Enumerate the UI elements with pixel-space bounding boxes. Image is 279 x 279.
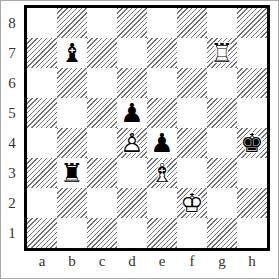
white-king-icon: ♔ xyxy=(177,188,207,218)
square-h1[interactable] xyxy=(237,218,267,248)
square-b8[interactable] xyxy=(57,8,87,38)
square-c5[interactable] xyxy=(87,98,117,128)
square-a8[interactable] xyxy=(27,8,57,38)
piece-black-pawn-e4[interactable]: ♟♟ xyxy=(147,128,177,158)
square-a7[interactable] xyxy=(27,38,57,68)
black-bishop-fill: ♝ xyxy=(57,38,87,68)
square-c6[interactable] xyxy=(87,68,117,98)
rank-label-5: 5 xyxy=(1,98,23,128)
square-e3[interactable]: ♝♗ xyxy=(147,158,177,188)
square-c2[interactable] xyxy=(87,188,117,218)
square-e5[interactable] xyxy=(147,98,177,128)
square-h3[interactable] xyxy=(237,158,267,188)
rank-label-6: 6 xyxy=(1,68,23,98)
black-pawn-fill: ♟ xyxy=(117,98,147,128)
file-label-g: g xyxy=(207,253,237,270)
black-pawn-icon: ♟ xyxy=(147,128,177,158)
square-g5[interactable] xyxy=(207,98,237,128)
square-f4[interactable] xyxy=(177,128,207,158)
black-pawn-icon: ♟ xyxy=(117,98,147,128)
square-h4[interactable]: ♚♚ xyxy=(237,128,267,158)
file-label-b: b xyxy=(57,253,87,270)
square-g2[interactable] xyxy=(207,188,237,218)
chess-board: ♝♝♜♖♟♟♟♙♟♟♚♚♜♜♝♗♚♔ xyxy=(24,5,270,251)
piece-white-king-f2[interactable]: ♚♔ xyxy=(177,188,207,218)
square-d1[interactable] xyxy=(117,218,147,248)
square-e7[interactable] xyxy=(147,38,177,68)
black-rook-icon: ♜ xyxy=(57,158,87,188)
square-h6[interactable] xyxy=(237,68,267,98)
rank-labels: 87654321 xyxy=(1,8,23,248)
square-f3[interactable] xyxy=(177,158,207,188)
square-h8[interactable] xyxy=(237,8,267,38)
square-f1[interactable] xyxy=(177,218,207,248)
rank-label-2: 2 xyxy=(1,188,23,218)
black-king-fill: ♚ xyxy=(237,128,267,158)
white-rook-fill: ♜ xyxy=(207,38,237,68)
piece-black-bishop-b7[interactable]: ♝♝ xyxy=(57,38,87,68)
square-b6[interactable] xyxy=(57,68,87,98)
file-labels: abcdefgh xyxy=(27,253,267,270)
piece-white-bishop-e3[interactable]: ♝♗ xyxy=(147,158,177,188)
square-a2[interactable] xyxy=(27,188,57,218)
file-label-f: f xyxy=(177,253,207,270)
square-a1[interactable] xyxy=(27,218,57,248)
piece-black-rook-b3[interactable]: ♜♜ xyxy=(57,158,87,188)
square-g8[interactable] xyxy=(207,8,237,38)
rank-label-1: 1 xyxy=(1,218,23,248)
square-b2[interactable] xyxy=(57,188,87,218)
rank-label-8: 8 xyxy=(1,8,23,38)
square-d5[interactable]: ♟♟ xyxy=(117,98,147,128)
chess-diagram-page: 87654321 ♝♝♜♖♟♟♟♙♟♟♚♚♜♜♝♗♚♔ abcdefgh xyxy=(0,0,279,279)
square-b4[interactable] xyxy=(57,128,87,158)
square-e2[interactable] xyxy=(147,188,177,218)
piece-black-king-h4[interactable]: ♚♚ xyxy=(237,128,267,158)
file-label-e: e xyxy=(147,253,177,270)
square-a6[interactable] xyxy=(27,68,57,98)
piece-white-rook-g7[interactable]: ♜♖ xyxy=(207,38,237,68)
square-c3[interactable] xyxy=(87,158,117,188)
square-g6[interactable] xyxy=(207,68,237,98)
file-label-h: h xyxy=(237,253,267,270)
square-d3[interactable] xyxy=(117,158,147,188)
white-pawn-icon: ♙ xyxy=(117,128,147,158)
square-b7[interactable]: ♝♝ xyxy=(57,38,87,68)
square-h5[interactable] xyxy=(237,98,267,128)
white-king-fill: ♚ xyxy=(177,188,207,218)
square-h7[interactable] xyxy=(237,38,267,68)
black-bishop-icon: ♝ xyxy=(57,38,87,68)
black-pawn-fill: ♟ xyxy=(147,128,177,158)
square-e8[interactable] xyxy=(147,8,177,38)
white-bishop-icon: ♗ xyxy=(147,158,177,188)
square-c8[interactable] xyxy=(87,8,117,38)
square-c7[interactable] xyxy=(87,38,117,68)
black-rook-fill: ♜ xyxy=(57,158,87,188)
square-d7[interactable] xyxy=(117,38,147,68)
square-e1[interactable] xyxy=(147,218,177,248)
square-b1[interactable] xyxy=(57,218,87,248)
file-label-c: c xyxy=(87,253,117,270)
piece-black-pawn-d5[interactable]: ♟♟ xyxy=(117,98,147,128)
white-rook-icon: ♖ xyxy=(207,38,237,68)
square-f6[interactable] xyxy=(177,68,207,98)
square-c1[interactable] xyxy=(87,218,117,248)
square-e4[interactable]: ♟♟ xyxy=(147,128,177,158)
square-f5[interactable] xyxy=(177,98,207,128)
square-b3[interactable]: ♜♜ xyxy=(57,158,87,188)
square-d2[interactable] xyxy=(117,188,147,218)
square-f7[interactable] xyxy=(177,38,207,68)
square-d4[interactable]: ♟♙ xyxy=(117,128,147,158)
white-pawn-fill: ♟ xyxy=(117,128,147,158)
file-label-d: d xyxy=(117,253,147,270)
square-e6[interactable] xyxy=(147,68,177,98)
rank-label-4: 4 xyxy=(1,128,23,158)
square-a4[interactable] xyxy=(27,128,57,158)
file-label-a: a xyxy=(27,253,57,270)
square-a3[interactable] xyxy=(27,158,57,188)
piece-white-pawn-d4[interactable]: ♟♙ xyxy=(117,128,147,158)
square-f8[interactable] xyxy=(177,8,207,38)
square-b5[interactable] xyxy=(57,98,87,128)
square-d8[interactable] xyxy=(117,8,147,38)
square-g7[interactable]: ♜♖ xyxy=(207,38,237,68)
square-f2[interactable]: ♚♔ xyxy=(177,188,207,218)
square-h2[interactable] xyxy=(237,188,267,218)
square-g4[interactable] xyxy=(207,128,237,158)
black-king-icon: ♚ xyxy=(237,128,267,158)
square-d6[interactable] xyxy=(117,68,147,98)
square-c4[interactable] xyxy=(87,128,117,158)
square-g1[interactable] xyxy=(207,218,237,248)
white-bishop-fill: ♝ xyxy=(147,158,177,188)
square-g3[interactable] xyxy=(207,158,237,188)
rank-label-7: 7 xyxy=(1,38,23,68)
rank-label-3: 3 xyxy=(1,158,23,188)
square-a5[interactable] xyxy=(27,98,57,128)
